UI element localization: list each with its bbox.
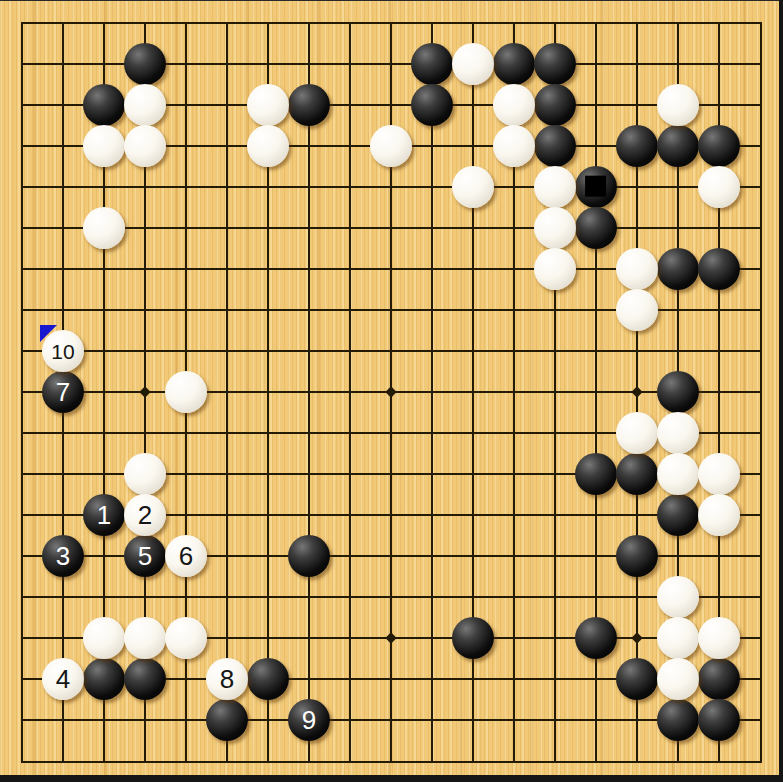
- stone-L17-black[interactable]: [411, 84, 453, 126]
- stone-O15-white[interactable]: [534, 166, 576, 208]
- stone-S15-white[interactable]: [698, 166, 740, 208]
- stone-D3-black[interactable]: [124, 658, 166, 700]
- stone-C4-white[interactable]: [83, 617, 125, 659]
- stone-S4-white[interactable]: [698, 617, 740, 659]
- stone-G16-white[interactable]: [247, 125, 289, 167]
- stone-C3-black[interactable]: [83, 658, 125, 700]
- stone-D8-white[interactable]: [124, 453, 166, 495]
- stone-L18-black[interactable]: [411, 43, 453, 85]
- stone-G17-white[interactable]: [247, 84, 289, 126]
- stone-S16-black[interactable]: [698, 125, 740, 167]
- stone-S7-white[interactable]: [698, 494, 740, 536]
- stone-B3-white[interactable]: 4: [42, 658, 84, 700]
- stone-O16-black[interactable]: [534, 125, 576, 167]
- stone-O17-black[interactable]: [534, 84, 576, 126]
- move-number-label: 1: [97, 502, 111, 528]
- stone-D17-white[interactable]: [124, 84, 166, 126]
- stone-C14-white[interactable]: [83, 207, 125, 249]
- stone-Q16-black[interactable]: [616, 125, 658, 167]
- stone-O13-white[interactable]: [534, 248, 576, 290]
- stone-P15-black[interactable]: [575, 166, 617, 208]
- move-number-label: 9: [302, 707, 316, 733]
- stone-P8-black[interactable]: [575, 453, 617, 495]
- window-edge-bottom: [0, 775, 783, 782]
- stone-S8-white[interactable]: [698, 453, 740, 495]
- move-number-label: 4: [56, 666, 70, 692]
- stone-C7-black[interactable]: 1: [83, 494, 125, 536]
- stone-D16-white[interactable]: [124, 125, 166, 167]
- stone-N17-white[interactable]: [493, 84, 535, 126]
- stone-H6-black[interactable]: [288, 535, 330, 577]
- move-number-label: 3: [56, 543, 70, 569]
- stone-P14-black[interactable]: [575, 207, 617, 249]
- stone-M4-black[interactable]: [452, 617, 494, 659]
- stone-D4-white[interactable]: [124, 617, 166, 659]
- stone-R7-black[interactable]: [657, 494, 699, 536]
- stone-R9-white[interactable]: [657, 412, 699, 454]
- stone-H17-black[interactable]: [288, 84, 330, 126]
- last-move-square-marker: [585, 176, 606, 197]
- stone-R17-white[interactable]: [657, 84, 699, 126]
- stone-F3-white[interactable]: 8: [206, 658, 248, 700]
- stone-B6-black[interactable]: 3: [42, 535, 84, 577]
- stone-E4-white[interactable]: [165, 617, 207, 659]
- go-board[interactable]: 71359102648: [0, 1, 779, 775]
- stone-Q9-white[interactable]: [616, 412, 658, 454]
- stone-R5-white[interactable]: [657, 576, 699, 618]
- stone-K16-white[interactable]: [370, 125, 412, 167]
- stone-S13-black[interactable]: [698, 248, 740, 290]
- move-number-label: 8: [220, 666, 234, 692]
- stone-Q13-white[interactable]: [616, 248, 658, 290]
- stone-O14-white[interactable]: [534, 207, 576, 249]
- stone-Q8-black[interactable]: [616, 453, 658, 495]
- stone-R2-black[interactable]: [657, 699, 699, 741]
- stone-R3-white[interactable]: [657, 658, 699, 700]
- stone-F2-black[interactable]: [206, 699, 248, 741]
- stone-N16-white[interactable]: [493, 125, 535, 167]
- stone-M15-white[interactable]: [452, 166, 494, 208]
- stone-D7-white[interactable]: 2: [124, 494, 166, 536]
- stone-E6-white[interactable]: 6: [165, 535, 207, 577]
- stone-R4-white[interactable]: [657, 617, 699, 659]
- stone-Q12-white[interactable]: [616, 289, 658, 331]
- stone-C16-white[interactable]: [83, 125, 125, 167]
- stone-C17-black[interactable]: [83, 84, 125, 126]
- move-number-label: 2: [138, 502, 152, 528]
- stone-R13-black[interactable]: [657, 248, 699, 290]
- stone-E10-white[interactable]: [165, 371, 207, 413]
- stone-G3-black[interactable]: [247, 658, 289, 700]
- stone-M18-white[interactable]: [452, 43, 494, 85]
- stone-B11-white[interactable]: 10: [42, 330, 84, 372]
- move-number-label: 10: [51, 341, 74, 362]
- stone-P4-black[interactable]: [575, 617, 617, 659]
- stone-D18-black[interactable]: [124, 43, 166, 85]
- window-edge-right: [779, 0, 783, 782]
- stone-R16-black[interactable]: [657, 125, 699, 167]
- screenshot-root: 71359102648: [0, 0, 783, 782]
- stone-Q3-black[interactable]: [616, 658, 658, 700]
- stone-S2-black[interactable]: [698, 699, 740, 741]
- stone-Q6-black[interactable]: [616, 535, 658, 577]
- move-number-label: 7: [56, 379, 70, 405]
- stone-R10-black[interactable]: [657, 371, 699, 413]
- move-number-label: 5: [138, 543, 152, 569]
- stone-D6-black[interactable]: 5: [124, 535, 166, 577]
- window-edge-top: [0, 0, 783, 1]
- stone-B10-black[interactable]: 7: [42, 371, 84, 413]
- stone-S3-black[interactable]: [698, 658, 740, 700]
- stone-N18-black[interactable]: [493, 43, 535, 85]
- stone-O18-black[interactable]: [534, 43, 576, 85]
- stone-R8-white[interactable]: [657, 453, 699, 495]
- stone-H2-black[interactable]: 9: [288, 699, 330, 741]
- move-number-label: 6: [179, 543, 193, 569]
